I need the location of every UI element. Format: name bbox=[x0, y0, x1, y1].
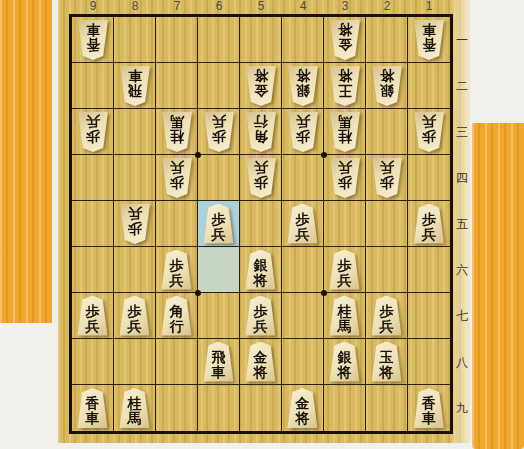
square-3-5[interactable] bbox=[324, 201, 366, 247]
square-5-8[interactable]: 金将 bbox=[240, 339, 282, 385]
piece-kanji: 金 bbox=[254, 350, 268, 365]
square-8-2[interactable]: 飛車 bbox=[114, 63, 156, 109]
shogi-piece-gote-pawn[interactable]: 歩兵 bbox=[202, 112, 236, 152]
piece-face: 香車 bbox=[412, 20, 446, 60]
shogi-piece-sente-pawn[interactable]: 歩兵 bbox=[412, 204, 446, 244]
square-4-7[interactable] bbox=[282, 293, 324, 339]
piece-kanji: 桂 bbox=[128, 396, 142, 411]
shogi-piece-gote-silver[interactable]: 銀将 bbox=[370, 66, 404, 106]
piece-face: 飛車 bbox=[202, 342, 236, 382]
piece-kanji: 桂 bbox=[338, 129, 352, 144]
shogi-piece-sente-knight[interactable]: 桂馬 bbox=[328, 296, 362, 336]
piece-face: 歩兵 bbox=[412, 204, 446, 244]
square-9-4[interactable] bbox=[72, 155, 114, 201]
square-7-7[interactable]: 角行 bbox=[156, 293, 198, 339]
piece-face: 歩兵 bbox=[328, 158, 362, 198]
shogi-piece-gote-pawn[interactable]: 歩兵 bbox=[76, 112, 110, 152]
square-2-7[interactable]: 歩兵 bbox=[366, 293, 408, 339]
shogi-piece-sente-bishop[interactable]: 角行 bbox=[160, 296, 194, 336]
square-4-5[interactable]: 歩兵 bbox=[282, 201, 324, 247]
piece-kanji: 金 bbox=[254, 83, 268, 98]
shogi-piece-sente-pawn[interactable]: 歩兵 bbox=[286, 204, 320, 244]
piece-kanji: 兵 bbox=[128, 206, 142, 221]
square-8-6[interactable] bbox=[114, 247, 156, 293]
piece-kanji: 兵 bbox=[422, 227, 436, 242]
square-1-2[interactable] bbox=[408, 63, 450, 109]
square-2-5[interactable] bbox=[366, 201, 408, 247]
square-4-6[interactable] bbox=[282, 247, 324, 293]
square-5-5[interactable] bbox=[240, 201, 282, 247]
square-2-2[interactable]: 銀将 bbox=[366, 63, 408, 109]
piece-kanji: 歩 bbox=[170, 258, 184, 273]
file-label-2: 2 bbox=[366, 0, 408, 13]
square-9-1[interactable]: 香車 bbox=[72, 17, 114, 63]
square-4-2[interactable]: 銀将 bbox=[282, 63, 324, 109]
piece-face: 銀将 bbox=[370, 66, 404, 106]
square-6-9[interactable] bbox=[198, 385, 240, 431]
square-4-1[interactable] bbox=[282, 17, 324, 63]
piece-kanji: 歩 bbox=[422, 129, 436, 144]
rank-label-9: 九 bbox=[454, 385, 470, 431]
shogi-piece-gote-pawn[interactable]: 歩兵 bbox=[412, 112, 446, 152]
rank-label-5: 五 bbox=[454, 201, 470, 247]
piece-kanji: 歩 bbox=[254, 304, 268, 319]
piece-kanji: 歩 bbox=[212, 129, 226, 144]
piece-kanji: 兵 bbox=[296, 114, 310, 129]
square-7-3[interactable]: 桂馬 bbox=[156, 109, 198, 155]
shogi-piece-sente-lance[interactable]: 香車 bbox=[412, 388, 446, 428]
square-3-2[interactable]: 王将 bbox=[324, 63, 366, 109]
piece-face: 歩兵 bbox=[202, 204, 236, 244]
square-7-1[interactable] bbox=[156, 17, 198, 63]
piece-kanji: 兵 bbox=[128, 319, 142, 334]
piece-kanji: 兵 bbox=[338, 160, 352, 175]
piece-kanji: 玉 bbox=[380, 350, 394, 365]
square-6-3[interactable]: 歩兵 bbox=[198, 109, 240, 155]
piece-kanji: 歩 bbox=[212, 212, 226, 227]
piece-kanji: 桂 bbox=[338, 304, 352, 319]
rank-label-4: 四 bbox=[454, 155, 470, 201]
piece-kanji: 車 bbox=[128, 68, 142, 83]
piece-kanji: 車 bbox=[212, 365, 226, 380]
piece-kanji: 歩 bbox=[86, 129, 100, 144]
square-3-9[interactable] bbox=[324, 385, 366, 431]
piece-kanji: 香 bbox=[86, 37, 100, 52]
rank-label-1: 一 bbox=[454, 17, 470, 63]
piece-face: 金将 bbox=[286, 388, 320, 428]
piece-kanji: 歩 bbox=[86, 304, 100, 319]
square-4-9[interactable]: 金将 bbox=[282, 385, 324, 431]
piece-kanji: 角 bbox=[254, 129, 268, 144]
piece-kanji: 馬 bbox=[128, 411, 142, 426]
shogi-piece-gote-rook[interactable]: 飛車 bbox=[118, 66, 152, 106]
square-1-7[interactable] bbox=[408, 293, 450, 339]
square-2-8[interactable]: 玉将 bbox=[366, 339, 408, 385]
square-8-4[interactable] bbox=[114, 155, 156, 201]
square-5-3[interactable]: 角行 bbox=[240, 109, 282, 155]
piece-kanji: 歩 bbox=[296, 129, 310, 144]
piece-kanji: 兵 bbox=[380, 160, 394, 175]
piece-face: 歩兵 bbox=[118, 296, 152, 336]
shogi-piece-sente-silver[interactable]: 銀将 bbox=[244, 250, 278, 290]
square-1-8[interactable] bbox=[408, 339, 450, 385]
square-6-8[interactable]: 飛車 bbox=[198, 339, 240, 385]
piece-face: 香車 bbox=[76, 388, 110, 428]
piece-kanji: 金 bbox=[338, 37, 352, 52]
square-6-5[interactable]: 歩兵 bbox=[198, 201, 240, 247]
shogi-piece-gote-pawn[interactable]: 歩兵 bbox=[118, 204, 152, 244]
square-8-5[interactable]: 歩兵 bbox=[114, 201, 156, 247]
shogi-piece-sente-pawn[interactable]: 歩兵 bbox=[370, 296, 404, 336]
piece-kanji: 桂 bbox=[170, 129, 184, 144]
shogi-piece-gote-pawn[interactable]: 歩兵 bbox=[160, 158, 194, 198]
piece-face: 歩兵 bbox=[286, 204, 320, 244]
piece-kanji: 将 bbox=[254, 365, 268, 380]
piece-face: 桂馬 bbox=[328, 112, 362, 152]
piece-face: 桂馬 bbox=[328, 296, 362, 336]
square-2-9[interactable] bbox=[366, 385, 408, 431]
file-label-3: 3 bbox=[324, 0, 366, 13]
piece-kanji: 角 bbox=[170, 304, 184, 319]
piece-kanji: 兵 bbox=[254, 160, 268, 175]
shogi-piece-sente-pawn[interactable]: 歩兵 bbox=[118, 296, 152, 336]
square-1-9[interactable]: 香車 bbox=[408, 385, 450, 431]
square-3-6[interactable]: 歩兵 bbox=[324, 247, 366, 293]
square-1-4[interactable] bbox=[408, 155, 450, 201]
shogi-piece-sente-silver[interactable]: 銀将 bbox=[328, 342, 362, 382]
piece-kanji: 歩 bbox=[380, 304, 394, 319]
piece-kanji: 銀 bbox=[296, 83, 310, 98]
square-5-4[interactable]: 歩兵 bbox=[240, 155, 282, 201]
square-9-6[interactable] bbox=[72, 247, 114, 293]
square-5-2[interactable]: 金将 bbox=[240, 63, 282, 109]
square-5-6[interactable]: 銀将 bbox=[240, 247, 282, 293]
piece-kanji: 歩 bbox=[422, 212, 436, 227]
square-8-9[interactable]: 桂馬 bbox=[114, 385, 156, 431]
shogi-piece-sente-pawn[interactable]: 歩兵 bbox=[328, 250, 362, 290]
piece-face: 香車 bbox=[412, 388, 446, 428]
piece-kanji: 歩 bbox=[338, 175, 352, 190]
right-decorative-wood-bar bbox=[472, 123, 524, 449]
rank-label-6: 六 bbox=[454, 247, 470, 293]
square-7-6[interactable]: 歩兵 bbox=[156, 247, 198, 293]
piece-kanji: 馬 bbox=[170, 114, 184, 129]
piece-kanji: 香 bbox=[422, 396, 436, 411]
piece-kanji: 歩 bbox=[254, 175, 268, 190]
square-6-7[interactable] bbox=[198, 293, 240, 339]
piece-face: 角行 bbox=[160, 296, 194, 336]
shogi-app-screen: 987654321 一二三四五六七八九 香車金将香車飛車金将銀将王将銀将歩兵桂馬… bbox=[0, 0, 524, 449]
shogi-piece-gote-pawn[interactable]: 歩兵 bbox=[328, 158, 362, 198]
piece-kanji: 将 bbox=[254, 68, 268, 83]
piece-kanji: 車 bbox=[86, 411, 100, 426]
shogi-piece-gote-gold[interactable]: 金将 bbox=[244, 66, 278, 106]
file-label-5: 5 bbox=[240, 0, 282, 13]
piece-face: 金将 bbox=[244, 342, 278, 382]
piece-kanji: 香 bbox=[422, 37, 436, 52]
piece-kanji: 飛 bbox=[212, 350, 226, 365]
piece-face: 歩兵 bbox=[160, 250, 194, 290]
file-label-1: 1 bbox=[408, 0, 450, 13]
shogi-piece-sente-king[interactable]: 玉将 bbox=[370, 342, 404, 382]
square-8-1[interactable] bbox=[114, 17, 156, 63]
file-label-7: 7 bbox=[156, 0, 198, 13]
square-2-1[interactable] bbox=[366, 17, 408, 63]
shogi-piece-sente-rook[interactable]: 飛車 bbox=[202, 342, 236, 382]
square-7-5[interactable] bbox=[156, 201, 198, 247]
piece-face: 銀将 bbox=[286, 66, 320, 106]
piece-kanji: 馬 bbox=[338, 319, 352, 334]
square-9-7[interactable]: 歩兵 bbox=[72, 293, 114, 339]
square-2-6[interactable] bbox=[366, 247, 408, 293]
piece-face: 歩兵 bbox=[370, 158, 404, 198]
rank-label-2: 二 bbox=[454, 63, 470, 109]
square-4-8[interactable] bbox=[282, 339, 324, 385]
piece-kanji: 兵 bbox=[422, 114, 436, 129]
piece-kanji: 馬 bbox=[338, 114, 352, 129]
shogi-piece-gote-pawn[interactable]: 歩兵 bbox=[286, 112, 320, 152]
shogi-piece-sente-knight[interactable]: 桂馬 bbox=[118, 388, 152, 428]
piece-kanji: 将 bbox=[338, 22, 352, 37]
shogi-board-grid: 香車金将香車飛車金将銀将王将銀将歩兵桂馬歩兵角行歩兵桂馬歩兵歩兵歩兵歩兵歩兵歩兵… bbox=[69, 14, 453, 434]
piece-face: 金将 bbox=[244, 66, 278, 106]
shogi-piece-gote-lance[interactable]: 香車 bbox=[76, 20, 110, 60]
piece-face: 桂馬 bbox=[118, 388, 152, 428]
square-6-4[interactable] bbox=[198, 155, 240, 201]
piece-kanji: 歩 bbox=[170, 175, 184, 190]
square-1-1[interactable]: 香車 bbox=[408, 17, 450, 63]
piece-kanji: 銀 bbox=[338, 350, 352, 365]
piece-face: 銀将 bbox=[244, 250, 278, 290]
piece-kanji: 歩 bbox=[128, 304, 142, 319]
file-label-8: 8 bbox=[114, 0, 156, 13]
piece-face: 玉将 bbox=[370, 342, 404, 382]
shogi-piece-sente-pawn[interactable]: 歩兵 bbox=[202, 204, 236, 244]
square-5-7[interactable]: 歩兵 bbox=[240, 293, 282, 339]
square-8-3[interactable] bbox=[114, 109, 156, 155]
piece-face: 銀将 bbox=[328, 342, 362, 382]
square-9-9[interactable]: 香車 bbox=[72, 385, 114, 431]
piece-kanji: 飛 bbox=[128, 83, 142, 98]
piece-face: 香車 bbox=[76, 20, 110, 60]
piece-kanji: 歩 bbox=[380, 175, 394, 190]
piece-kanji: 将 bbox=[296, 411, 310, 426]
piece-face: 歩兵 bbox=[76, 112, 110, 152]
piece-face: 角行 bbox=[244, 112, 278, 152]
file-label-6: 6 bbox=[198, 0, 240, 13]
shogi-piece-gote-pawn[interactable]: 歩兵 bbox=[370, 158, 404, 198]
square-8-8[interactable] bbox=[114, 339, 156, 385]
piece-kanji: 将 bbox=[296, 68, 310, 83]
piece-kanji: 行 bbox=[170, 319, 184, 334]
rank-label-7: 七 bbox=[454, 293, 470, 339]
piece-face: 金将 bbox=[328, 20, 362, 60]
piece-kanji: 金 bbox=[296, 396, 310, 411]
piece-face: 歩兵 bbox=[76, 296, 110, 336]
shogi-piece-gote-lance[interactable]: 香車 bbox=[412, 20, 446, 60]
piece-kanji: 香 bbox=[86, 396, 100, 411]
square-1-5[interactable]: 歩兵 bbox=[408, 201, 450, 247]
piece-kanji: 兵 bbox=[380, 319, 394, 334]
piece-kanji: 兵 bbox=[296, 227, 310, 242]
square-4-3[interactable]: 歩兵 bbox=[282, 109, 324, 155]
piece-kanji: 兵 bbox=[170, 160, 184, 175]
square-6-1[interactable] bbox=[198, 17, 240, 63]
shogi-piece-sente-pawn[interactable]: 歩兵 bbox=[160, 250, 194, 290]
piece-face: 歩兵 bbox=[286, 112, 320, 152]
square-9-5[interactable] bbox=[72, 201, 114, 247]
shogi-piece-sente-pawn[interactable]: 歩兵 bbox=[244, 296, 278, 336]
shogi-piece-gote-pawn[interactable]: 歩兵 bbox=[244, 158, 278, 198]
square-3-4[interactable]: 歩兵 bbox=[324, 155, 366, 201]
square-9-3[interactable]: 歩兵 bbox=[72, 109, 114, 155]
shogi-piece-sente-gold[interactable]: 金将 bbox=[244, 342, 278, 382]
piece-kanji: 歩 bbox=[338, 258, 352, 273]
piece-kanji: 兵 bbox=[170, 273, 184, 288]
square-3-8[interactable]: 銀将 bbox=[324, 339, 366, 385]
square-7-9[interactable] bbox=[156, 385, 198, 431]
piece-kanji: 車 bbox=[86, 22, 100, 37]
piece-kanji: 兵 bbox=[338, 273, 352, 288]
piece-kanji: 銀 bbox=[254, 258, 268, 273]
piece-kanji: 歩 bbox=[128, 221, 142, 236]
piece-kanji: 兵 bbox=[212, 227, 226, 242]
file-label-9: 9 bbox=[72, 0, 114, 13]
square-3-3[interactable]: 桂馬 bbox=[324, 109, 366, 155]
piece-face: 歩兵 bbox=[118, 204, 152, 244]
shogi-piece-sente-lance[interactable]: 香車 bbox=[76, 388, 110, 428]
square-7-2[interactable] bbox=[156, 63, 198, 109]
square-8-7[interactable]: 歩兵 bbox=[114, 293, 156, 339]
square-5-1[interactable] bbox=[240, 17, 282, 63]
piece-face: 飛車 bbox=[118, 66, 152, 106]
piece-kanji: 将 bbox=[380, 365, 394, 380]
shogi-piece-gote-bishop[interactable]: 角行 bbox=[244, 112, 278, 152]
shogi-piece-sente-gold[interactable]: 金将 bbox=[286, 388, 320, 428]
shogi-piece-gote-knight[interactable]: 桂馬 bbox=[160, 112, 194, 152]
rank-label-3: 三 bbox=[454, 109, 470, 155]
piece-kanji: 銀 bbox=[380, 83, 394, 98]
piece-kanji: 兵 bbox=[254, 319, 268, 334]
piece-face: 歩兵 bbox=[370, 296, 404, 336]
piece-kanji: 兵 bbox=[86, 319, 100, 334]
piece-face: 桂馬 bbox=[160, 112, 194, 152]
shogi-board-plate: 987654321 一二三四五六七八九 香車金将香車飛車金将銀将王将銀将歩兵桂馬… bbox=[58, 0, 470, 443]
shogi-piece-gote-knight[interactable]: 桂馬 bbox=[328, 112, 362, 152]
file-label-4: 4 bbox=[282, 0, 324, 13]
square-5-9[interactable] bbox=[240, 385, 282, 431]
piece-face: 歩兵 bbox=[244, 158, 278, 198]
piece-kanji: 将 bbox=[254, 273, 268, 288]
piece-kanji: 行 bbox=[254, 114, 268, 129]
piece-kanji: 王 bbox=[338, 83, 352, 98]
square-7-4[interactable]: 歩兵 bbox=[156, 155, 198, 201]
piece-face: 歩兵 bbox=[244, 296, 278, 336]
shogi-piece-gote-gold[interactable]: 金将 bbox=[328, 20, 362, 60]
square-1-3[interactable]: 歩兵 bbox=[408, 109, 450, 155]
piece-kanji: 将 bbox=[338, 365, 352, 380]
rank-label-8: 八 bbox=[454, 339, 470, 385]
left-decorative-wood-bar bbox=[0, 0, 52, 323]
shogi-piece-gote-king[interactable]: 王将 bbox=[328, 66, 362, 106]
square-3-7[interactable]: 桂馬 bbox=[324, 293, 366, 339]
square-1-6[interactable] bbox=[408, 247, 450, 293]
square-9-2[interactable] bbox=[72, 63, 114, 109]
piece-kanji: 将 bbox=[338, 68, 352, 83]
square-3-1[interactable]: 金将 bbox=[324, 17, 366, 63]
square-9-8[interactable] bbox=[72, 339, 114, 385]
square-2-3[interactable] bbox=[366, 109, 408, 155]
piece-face: 王将 bbox=[328, 66, 362, 106]
shogi-piece-gote-silver[interactable]: 銀将 bbox=[286, 66, 320, 106]
square-7-8[interactable] bbox=[156, 339, 198, 385]
piece-face: 歩兵 bbox=[160, 158, 194, 198]
piece-kanji: 車 bbox=[422, 411, 436, 426]
square-6-2[interactable] bbox=[198, 63, 240, 109]
shogi-piece-sente-pawn[interactable]: 歩兵 bbox=[76, 296, 110, 336]
piece-kanji: 将 bbox=[380, 68, 394, 83]
piece-face: 歩兵 bbox=[412, 112, 446, 152]
piece-face: 歩兵 bbox=[328, 250, 362, 290]
piece-kanji: 歩 bbox=[296, 212, 310, 227]
square-6-6[interactable] bbox=[198, 247, 240, 293]
piece-kanji: 兵 bbox=[212, 114, 226, 129]
piece-kanji: 兵 bbox=[86, 114, 100, 129]
square-2-4[interactable]: 歩兵 bbox=[366, 155, 408, 201]
piece-face: 歩兵 bbox=[202, 112, 236, 152]
piece-kanji: 車 bbox=[422, 22, 436, 37]
square-4-4[interactable] bbox=[282, 155, 324, 201]
